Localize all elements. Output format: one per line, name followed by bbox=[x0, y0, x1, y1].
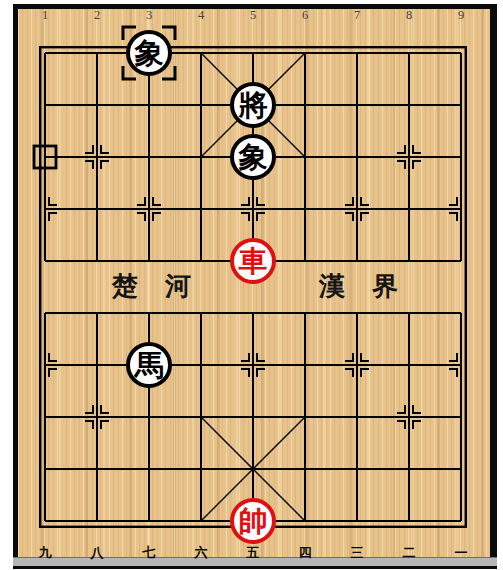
intersection-file4-rank0[interactable] bbox=[175, 27, 227, 79]
intersection-file1-rank2[interactable] bbox=[19, 131, 71, 183]
intersection-file8-rank8[interactable] bbox=[383, 443, 435, 495]
intersection-file7-rank5[interactable] bbox=[331, 287, 383, 339]
intersection-file5-rank6[interactable] bbox=[227, 339, 279, 391]
intersection-file1-rank1[interactable] bbox=[19, 79, 71, 131]
intersection-file2-rank9[interactable] bbox=[71, 495, 123, 547]
piece-black-horse[interactable]: 馬 bbox=[126, 342, 172, 388]
file-label-top-5: 5 bbox=[227, 8, 279, 23]
intersection-file7-rank0[interactable] bbox=[331, 27, 383, 79]
intersection-file7-rank7[interactable] bbox=[331, 391, 383, 443]
intersection-file1-rank8[interactable] bbox=[19, 443, 71, 495]
intersection-file9-rank5[interactable] bbox=[435, 287, 487, 339]
intersection-file7-rank2[interactable] bbox=[331, 131, 383, 183]
intersection-file1-rank0[interactable] bbox=[19, 27, 71, 79]
intersection-file9-rank9[interactable] bbox=[435, 495, 487, 547]
intersection-file3-rank5[interactable] bbox=[123, 287, 175, 339]
intersection-file2-rank2[interactable] bbox=[71, 131, 123, 183]
intersection-file7-rank4[interactable] bbox=[331, 235, 383, 287]
piece-black-elephant-b[interactable]: 象 bbox=[230, 134, 276, 180]
intersection-file6-rank0[interactable] bbox=[279, 27, 331, 79]
intersection-file9-rank6[interactable] bbox=[435, 339, 487, 391]
intersection-file1-rank7[interactable] bbox=[19, 391, 71, 443]
intersection-file6-rank8[interactable] bbox=[279, 443, 331, 495]
file-label-top-6: 6 bbox=[279, 8, 331, 23]
piece-black-general[interactable]: 將 bbox=[230, 82, 276, 128]
intersection-file5-rank5[interactable] bbox=[227, 287, 279, 339]
intersection-file1-rank9[interactable] bbox=[19, 495, 71, 547]
intersection-file4-rank2[interactable] bbox=[175, 131, 227, 183]
file-label-top-9: 9 bbox=[435, 8, 487, 23]
intersection-file8-rank2[interactable] bbox=[383, 131, 435, 183]
intersection-file4-rank1[interactable] bbox=[175, 79, 227, 131]
intersection-file6-rank5[interactable] bbox=[279, 287, 331, 339]
intersection-file4-rank7[interactable] bbox=[175, 391, 227, 443]
intersection-file9-rank2[interactable] bbox=[435, 131, 487, 183]
intersection-file2-rank6[interactable] bbox=[71, 339, 123, 391]
intersection-file7-rank9[interactable] bbox=[331, 495, 383, 547]
file-label-top-4: 4 bbox=[175, 8, 227, 23]
intersection-file1-rank6[interactable] bbox=[19, 339, 71, 391]
intersection-file1-rank4[interactable] bbox=[19, 235, 71, 287]
file-label-top-1: 1 bbox=[19, 8, 71, 23]
intersection-file9-rank3[interactable] bbox=[435, 183, 487, 235]
intersection-file2-rank5[interactable] bbox=[71, 287, 123, 339]
intersection-file8-rank5[interactable] bbox=[383, 287, 435, 339]
intersection-file8-rank9[interactable] bbox=[383, 495, 435, 547]
piece-red-general[interactable]: 帥 bbox=[230, 498, 276, 544]
intersection-file4-rank5[interactable] bbox=[175, 287, 227, 339]
intersection-file6-rank9[interactable] bbox=[279, 495, 331, 547]
intersection-file9-rank8[interactable] bbox=[435, 443, 487, 495]
intersection-file8-rank6[interactable] bbox=[383, 339, 435, 391]
intersection-file7-rank6[interactable] bbox=[331, 339, 383, 391]
intersection-file3-rank9[interactable] bbox=[123, 495, 175, 547]
intersection-file4-rank3[interactable] bbox=[175, 183, 227, 235]
file-label-top-8: 8 bbox=[383, 8, 435, 23]
intersection-file2-rank7[interactable] bbox=[71, 391, 123, 443]
file-label-top-2: 2 bbox=[71, 8, 123, 23]
intersection-file9-rank7[interactable] bbox=[435, 391, 487, 443]
intersection-file6-rank1[interactable] bbox=[279, 79, 331, 131]
intersection-file4-rank4[interactable] bbox=[175, 235, 227, 287]
intersection-file9-rank0[interactable] bbox=[435, 27, 487, 79]
intersection-file6-rank3[interactable] bbox=[279, 183, 331, 235]
intersection-file7-rank3[interactable] bbox=[331, 183, 383, 235]
intersection-file7-rank1[interactable] bbox=[331, 79, 383, 131]
piece-black-elephant-a[interactable]: 象 bbox=[126, 30, 172, 76]
intersection-file3-rank4[interactable] bbox=[123, 235, 175, 287]
intersection-file6-rank6[interactable] bbox=[279, 339, 331, 391]
file-label-top-7: 7 bbox=[331, 8, 383, 23]
xiangqi-board-window: 楚 河 漢 界 123456789 九八七六五四三二一 象將象車馬帥 bbox=[0, 0, 503, 570]
intersection-file8-rank4[interactable] bbox=[383, 235, 435, 287]
intersection-file8-rank0[interactable] bbox=[383, 27, 435, 79]
intersection-file1-rank3[interactable] bbox=[19, 183, 71, 235]
intersection-file2-rank4[interactable] bbox=[71, 235, 123, 287]
intersection-file8-rank3[interactable] bbox=[383, 183, 435, 235]
intersection-file5-rank0[interactable] bbox=[227, 27, 279, 79]
intersection-file4-rank6[interactable] bbox=[175, 339, 227, 391]
piece-red-chariot[interactable]: 車 bbox=[230, 238, 276, 284]
intersection-file6-rank4[interactable] bbox=[279, 235, 331, 287]
intersection-file4-rank8[interactable] bbox=[175, 443, 227, 495]
intersection-file6-rank2[interactable] bbox=[279, 131, 331, 183]
intersection-file6-rank7[interactable] bbox=[279, 391, 331, 443]
intersection-file5-rank8[interactable] bbox=[227, 443, 279, 495]
intersection-file5-rank7[interactable] bbox=[227, 391, 279, 443]
intersection-file3-rank2[interactable] bbox=[123, 131, 175, 183]
intersection-file3-rank3[interactable] bbox=[123, 183, 175, 235]
intersection-file4-rank9[interactable] bbox=[175, 495, 227, 547]
intersection-file3-rank1[interactable] bbox=[123, 79, 175, 131]
intersection-file2-rank8[interactable] bbox=[71, 443, 123, 495]
board-grid: 象將象車馬帥 bbox=[19, 27, 487, 547]
intersection-file3-rank8[interactable] bbox=[123, 443, 175, 495]
intersection-file1-rank5[interactable] bbox=[19, 287, 71, 339]
intersection-file9-rank4[interactable] bbox=[435, 235, 487, 287]
intersection-file8-rank1[interactable] bbox=[383, 79, 435, 131]
intersection-file8-rank7[interactable] bbox=[383, 391, 435, 443]
intersection-file2-rank3[interactable] bbox=[71, 183, 123, 235]
intersection-file2-rank0[interactable] bbox=[71, 27, 123, 79]
intersection-file3-rank7[interactable] bbox=[123, 391, 175, 443]
intersection-file9-rank1[interactable] bbox=[435, 79, 487, 131]
file-label-top-3: 3 bbox=[123, 8, 175, 23]
intersection-file5-rank3[interactable] bbox=[227, 183, 279, 235]
intersection-file2-rank1[interactable] bbox=[71, 79, 123, 131]
intersection-file7-rank8[interactable] bbox=[331, 443, 383, 495]
